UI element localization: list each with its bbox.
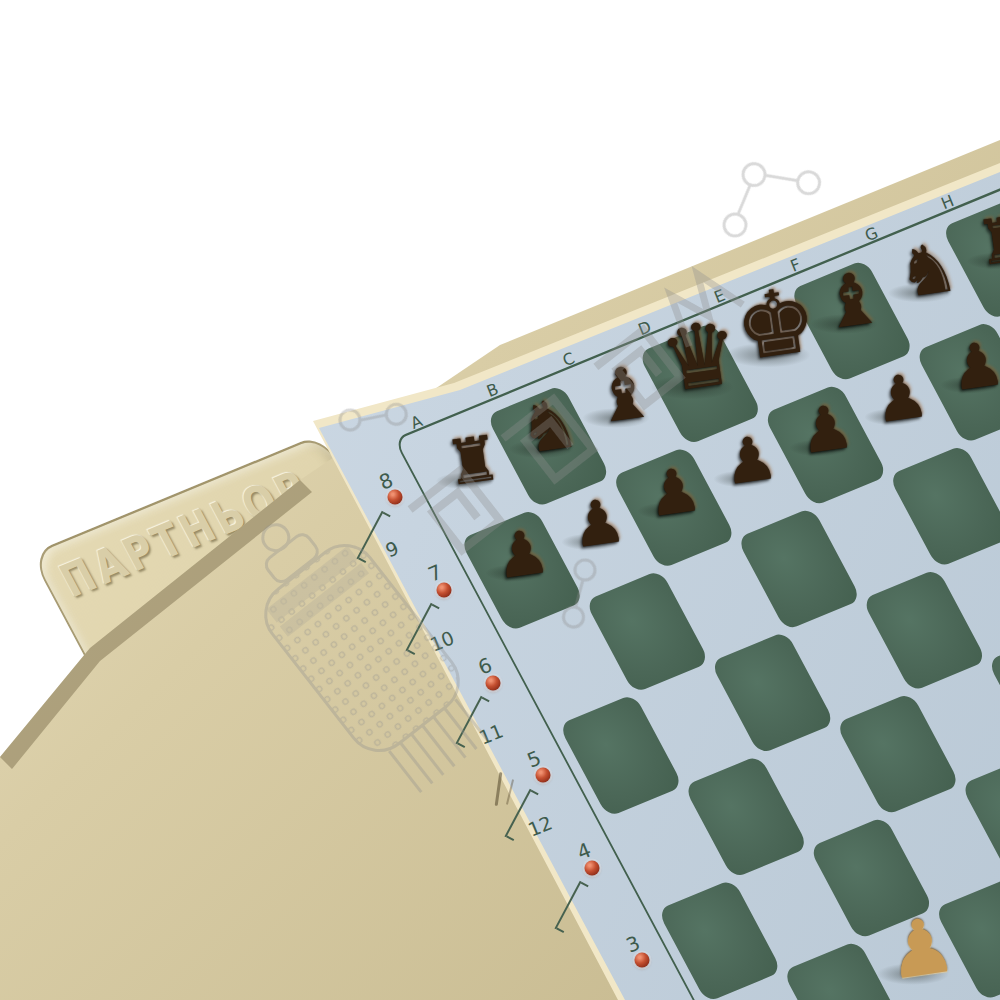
product-photo: ПАРТНЬОР ABCDEFGH8765439101112 ♜♞♝♛♚♝♞♜♟…: [0, 0, 1000, 1000]
